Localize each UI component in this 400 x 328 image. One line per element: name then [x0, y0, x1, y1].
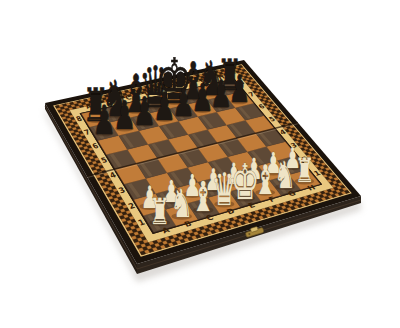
piece-white-rook-a1[interactable]: ♜ — [149, 190, 170, 232]
white-knight-glyph: ♞ — [274, 154, 296, 197]
piece-white-rook-h1[interactable]: ♜ — [295, 151, 315, 190]
white-knight-glyph: ♞ — [170, 181, 193, 227]
piece-white-knight-b1[interactable]: ♞ — [170, 181, 193, 227]
scene: AABBCCDDEEFFGGHH1122334455667788♜♞♝♛♚♝♞♜… — [0, 0, 400, 328]
chess-set-photo: AABBCCDDEEFFGGHH1122334455667788♜♞♝♛♚♝♞♜… — [0, 0, 400, 328]
piece-white-knight-g1[interactable]: ♞ — [274, 154, 296, 197]
white-rook-glyph: ♜ — [149, 190, 170, 232]
black-pawn-glyph: ♟ — [228, 68, 250, 111]
piece-black-pawn-h7[interactable]: ♟ — [228, 68, 250, 111]
white-rook-glyph: ♜ — [295, 151, 315, 190]
